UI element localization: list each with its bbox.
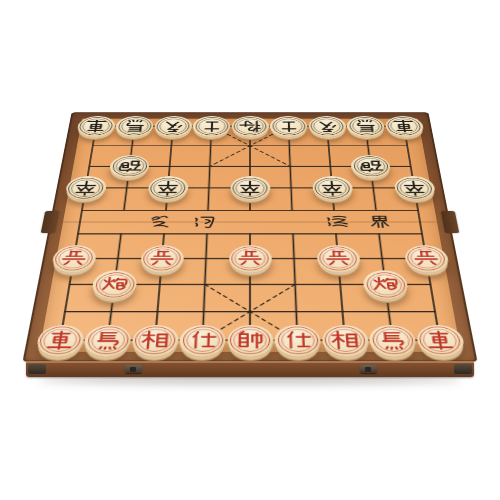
piece-character-馬	[376, 330, 409, 351]
piece-character-仕	[282, 330, 313, 351]
metal-corner-bracket-right	[454, 364, 472, 374]
piece-character-兵	[323, 250, 352, 268]
piece-character-士	[276, 119, 301, 133]
board-front-edge	[26, 361, 474, 377]
piece-black-象[interactable]	[308, 116, 347, 137]
piece-character-兵	[58, 250, 89, 268]
river-inscription	[152, 216, 389, 227]
piece-character-砲	[357, 159, 384, 174]
piece-character-將	[238, 119, 263, 133]
product-photo: Xiangqi (Chinese chess) — wooden folding…	[0, 0, 500, 500]
piece-character-砲	[116, 159, 143, 174]
piece-character-兵	[147, 250, 176, 268]
piece-character-象	[160, 119, 186, 133]
piece-black-將[interactable]	[231, 116, 269, 137]
piece-character-馬	[121, 119, 147, 133]
metal-latch-right[interactable]	[360, 365, 377, 373]
piece-character-卒	[71, 180, 100, 196]
metal-corner-bracket-left	[28, 364, 46, 374]
piece-character-相	[139, 330, 171, 351]
piece-character-相	[329, 330, 361, 351]
piece-character-仕	[187, 330, 218, 351]
piece-character-兵	[236, 250, 264, 268]
piece-character-兵	[411, 250, 442, 268]
piece-black-象[interactable]	[153, 116, 192, 137]
metal-latch-left[interactable]	[125, 365, 142, 373]
river-character	[152, 216, 169, 227]
piece-red-仕[interactable]	[179, 325, 226, 356]
piece-character-卒	[400, 180, 429, 196]
piece-character-車	[83, 119, 110, 133]
piece-character-帥	[235, 330, 265, 351]
piece-red-帥[interactable]	[227, 325, 273, 356]
river-character	[371, 216, 389, 227]
piece-character-象	[314, 119, 340, 133]
piece-character-車	[391, 119, 418, 133]
piece-black-卒[interactable]	[230, 176, 270, 200]
piece-black-士[interactable]	[192, 116, 230, 137]
piece-character-卒	[319, 180, 346, 196]
river-character	[328, 216, 348, 226]
river-character	[195, 217, 213, 228]
piece-character-卒	[237, 180, 263, 196]
piece-character-車	[43, 330, 77, 351]
piece-character-士	[199, 119, 224, 133]
piece-black-士[interactable]	[270, 116, 308, 137]
piece-character-馬	[91, 330, 124, 351]
piece-character-馬	[352, 119, 378, 133]
piece-character-炮	[99, 275, 130, 294]
front-edge-highlight	[26, 361, 474, 363]
piece-character-卒	[154, 180, 181, 196]
piece-character-炮	[370, 275, 401, 294]
piece-red-兵[interactable]	[228, 245, 271, 272]
piece-character-車	[423, 330, 457, 351]
xiangqi-board	[22, 112, 477, 362]
